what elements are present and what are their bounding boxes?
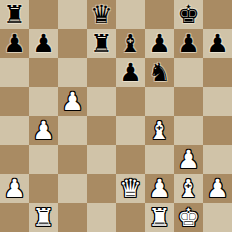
square-c3[interactable]	[58, 145, 87, 174]
square-b5[interactable]	[29, 87, 58, 116]
piece-white-pawn[interactable]: ♟	[148, 174, 170, 203]
square-g8[interactable]: ♚	[174, 0, 203, 29]
square-b8[interactable]	[29, 0, 58, 29]
square-a1[interactable]	[0, 203, 29, 232]
piece-black-rook[interactable]: ♜	[3, 0, 25, 29]
square-e2[interactable]: ♛	[116, 174, 145, 203]
piece-black-queen[interactable]: ♛	[90, 0, 112, 29]
square-g5[interactable]	[174, 87, 203, 116]
square-a6[interactable]	[0, 58, 29, 87]
square-c5[interactable]: ♟	[58, 87, 87, 116]
piece-black-pawn[interactable]: ♟	[177, 29, 199, 58]
square-g7[interactable]: ♟	[174, 29, 203, 58]
square-g4[interactable]	[174, 116, 203, 145]
piece-black-knight[interactable]: ♞	[148, 58, 170, 87]
piece-white-bishop[interactable]: ♝	[148, 116, 170, 145]
piece-white-rook[interactable]: ♜	[148, 203, 170, 232]
square-f2[interactable]: ♟	[145, 174, 174, 203]
piece-white-queen[interactable]: ♛	[119, 174, 141, 203]
square-c6[interactable]	[58, 58, 87, 87]
piece-white-pawn[interactable]: ♟	[177, 145, 199, 174]
square-e7[interactable]: ♝	[116, 29, 145, 58]
square-h8[interactable]	[203, 0, 232, 29]
square-h1[interactable]	[203, 203, 232, 232]
piece-white-pawn[interactable]: ♟	[206, 174, 228, 203]
square-h7[interactable]: ♟	[203, 29, 232, 58]
piece-black-pawn[interactable]: ♟	[119, 58, 141, 87]
square-h3[interactable]	[203, 145, 232, 174]
square-c4[interactable]	[58, 116, 87, 145]
square-f3[interactable]	[145, 145, 174, 174]
piece-black-king[interactable]: ♚	[177, 0, 199, 29]
square-g3[interactable]: ♟	[174, 145, 203, 174]
square-b6[interactable]	[29, 58, 58, 87]
square-d8[interactable]: ♛	[87, 0, 116, 29]
chess-board: ♜♛♚♟♟♜♝♟♟♟♟♞♟♟♝♟♟♛♟♝♟♜♜♚	[0, 0, 232, 232]
piece-white-king[interactable]: ♚	[177, 203, 199, 232]
square-c2[interactable]	[58, 174, 87, 203]
square-e4[interactable]	[116, 116, 145, 145]
piece-black-rook[interactable]: ♜	[90, 29, 112, 58]
square-c8[interactable]	[58, 0, 87, 29]
square-f8[interactable]	[145, 0, 174, 29]
piece-white-pawn[interactable]: ♟	[61, 87, 83, 116]
piece-white-rook[interactable]: ♜	[32, 203, 54, 232]
square-d3[interactable]	[87, 145, 116, 174]
piece-black-pawn[interactable]: ♟	[32, 29, 54, 58]
square-h4[interactable]	[203, 116, 232, 145]
square-c1[interactable]	[58, 203, 87, 232]
square-a7[interactable]: ♟	[0, 29, 29, 58]
piece-black-pawn[interactable]: ♟	[206, 29, 228, 58]
square-h5[interactable]	[203, 87, 232, 116]
piece-white-pawn[interactable]: ♟	[32, 116, 54, 145]
square-e6[interactable]: ♟	[116, 58, 145, 87]
square-b7[interactable]: ♟	[29, 29, 58, 58]
square-a4[interactable]	[0, 116, 29, 145]
square-a2[interactable]: ♟	[0, 174, 29, 203]
square-b1[interactable]: ♜	[29, 203, 58, 232]
square-e8[interactable]	[116, 0, 145, 29]
piece-black-bishop[interactable]: ♝	[119, 29, 141, 58]
square-d1[interactable]	[87, 203, 116, 232]
square-f1[interactable]: ♜	[145, 203, 174, 232]
square-e1[interactable]	[116, 203, 145, 232]
square-a8[interactable]: ♜	[0, 0, 29, 29]
piece-white-pawn[interactable]: ♟	[3, 174, 25, 203]
square-f6[interactable]: ♞	[145, 58, 174, 87]
square-d2[interactable]	[87, 174, 116, 203]
square-b4[interactable]: ♟	[29, 116, 58, 145]
square-g1[interactable]: ♚	[174, 203, 203, 232]
square-g6[interactable]	[174, 58, 203, 87]
square-f4[interactable]: ♝	[145, 116, 174, 145]
square-d4[interactable]	[87, 116, 116, 145]
square-h2[interactable]: ♟	[203, 174, 232, 203]
square-f7[interactable]: ♟	[145, 29, 174, 58]
square-g2[interactable]: ♝	[174, 174, 203, 203]
piece-white-bishop[interactable]: ♝	[177, 174, 199, 203]
square-a3[interactable]	[0, 145, 29, 174]
piece-black-pawn[interactable]: ♟	[148, 29, 170, 58]
square-d7[interactable]: ♜	[87, 29, 116, 58]
square-f5[interactable]	[145, 87, 174, 116]
square-c7[interactable]	[58, 29, 87, 58]
square-e3[interactable]	[116, 145, 145, 174]
square-e5[interactable]	[116, 87, 145, 116]
square-d6[interactable]	[87, 58, 116, 87]
square-b2[interactable]	[29, 174, 58, 203]
square-a5[interactable]	[0, 87, 29, 116]
square-b3[interactable]	[29, 145, 58, 174]
square-h6[interactable]	[203, 58, 232, 87]
piece-black-pawn[interactable]: ♟	[3, 29, 25, 58]
square-d5[interactable]	[87, 87, 116, 116]
